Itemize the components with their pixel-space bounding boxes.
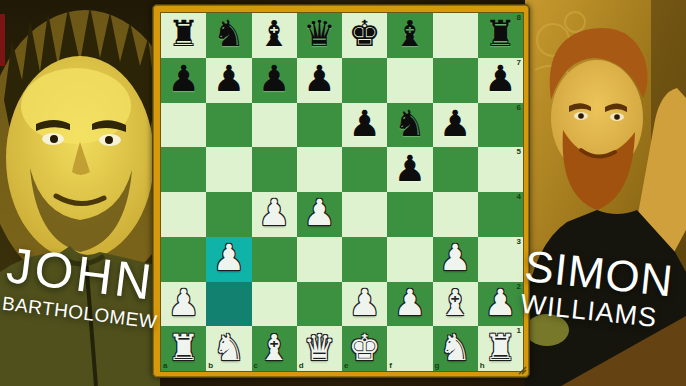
square-e6[interactable]: ♟ — [342, 103, 387, 148]
right-player-name: SIMON WILLIAMS — [519, 244, 675, 333]
rank-label-1: 1 — [517, 327, 521, 335]
piece-black-pawn[interactable]: ♟ — [348, 106, 380, 142]
square-f8[interactable]: ♝ — [387, 13, 432, 58]
piece-white-bishop[interactable]: ♝ — [258, 330, 290, 366]
square-h8[interactable]: ♜8 — [478, 13, 523, 58]
piece-white-knight[interactable]: ♞ — [439, 330, 471, 366]
piece-black-pawn[interactable]: ♟ — [394, 151, 426, 187]
square-c2[interactable] — [252, 282, 297, 327]
piece-black-pawn[interactable]: ♟ — [258, 61, 290, 97]
square-e1[interactable]: ♚e — [342, 326, 387, 371]
square-f1[interactable]: f — [387, 326, 432, 371]
board-resize-handle[interactable] — [518, 366, 527, 375]
square-g4[interactable] — [433, 192, 478, 237]
file-label-f: f — [389, 362, 392, 370]
piece-black-pawn[interactable]: ♟ — [167, 61, 199, 97]
square-a5[interactable] — [161, 147, 206, 192]
file-label-c: c — [254, 362, 258, 370]
piece-black-pawn[interactable]: ♟ — [303, 61, 335, 97]
piece-black-pawn[interactable]: ♟ — [213, 61, 245, 97]
square-e5[interactable] — [342, 147, 387, 192]
square-d6[interactable] — [297, 103, 342, 148]
square-d2[interactable] — [297, 282, 342, 327]
square-a8[interactable]: ♜ — [161, 13, 206, 58]
piece-black-pawn[interactable]: ♟ — [484, 61, 516, 97]
piece-white-rook[interactable]: ♜ — [484, 330, 516, 366]
square-h3[interactable]: 3 — [478, 237, 523, 282]
piece-white-knight[interactable]: ♞ — [213, 330, 245, 366]
piece-white-bishop[interactable]: ♝ — [439, 285, 471, 321]
square-e4[interactable] — [342, 192, 387, 237]
square-c4[interactable]: ♟ — [252, 192, 297, 237]
square-g1[interactable]: ♞g — [433, 326, 478, 371]
square-g3[interactable]: ♟ — [433, 237, 478, 282]
square-b6[interactable] — [206, 103, 251, 148]
square-g2[interactable]: ♝ — [433, 282, 478, 327]
square-d7[interactable]: ♟ — [297, 58, 342, 103]
rank-label-7: 7 — [517, 59, 521, 67]
chess-board: ♜♞♝♛♚♝♜8♟♟♟♟♟7♟♞♟6♟5♟♟4♟♟3♟♟♟♝♟2♜a♞b♝c♛d… — [160, 12, 524, 372]
piece-white-king[interactable]: ♚ — [348, 330, 380, 366]
square-c6[interactable] — [252, 103, 297, 148]
piece-white-pawn[interactable]: ♟ — [348, 285, 380, 321]
square-f4[interactable] — [387, 192, 432, 237]
square-b4[interactable] — [206, 192, 251, 237]
piece-white-pawn[interactable]: ♟ — [167, 285, 199, 321]
background-red-chair-edge — [0, 14, 5, 66]
piece-white-pawn[interactable]: ♟ — [303, 195, 335, 231]
piece-black-bishop[interactable]: ♝ — [258, 16, 290, 52]
piece-black-rook[interactable]: ♜ — [484, 16, 516, 52]
square-b3[interactable]: ♟ — [206, 237, 251, 282]
square-c7[interactable]: ♟ — [252, 58, 297, 103]
square-f6[interactable]: ♞ — [387, 103, 432, 148]
square-f7[interactable] — [387, 58, 432, 103]
piece-white-pawn[interactable]: ♟ — [258, 195, 290, 231]
piece-black-king[interactable]: ♚ — [348, 16, 380, 52]
square-h4[interactable]: 4 — [478, 192, 523, 237]
square-c5[interactable] — [252, 147, 297, 192]
square-h6[interactable]: 6 — [478, 103, 523, 148]
file-label-g: g — [435, 362, 440, 370]
square-h5[interactable]: 5 — [478, 147, 523, 192]
square-d3[interactable] — [297, 237, 342, 282]
piece-white-rook[interactable]: ♜ — [167, 330, 199, 366]
square-d5[interactable] — [297, 147, 342, 192]
rank-label-6: 6 — [517, 104, 521, 112]
square-f5[interactable]: ♟ — [387, 147, 432, 192]
square-c3[interactable] — [252, 237, 297, 282]
file-label-e: e — [344, 362, 348, 370]
square-h7[interactable]: ♟7 — [478, 58, 523, 103]
square-e7[interactable] — [342, 58, 387, 103]
piece-white-pawn[interactable]: ♟ — [484, 285, 516, 321]
square-g8[interactable] — [433, 13, 478, 58]
rank-label-3: 3 — [517, 238, 521, 246]
piece-black-bishop[interactable]: ♝ — [394, 16, 426, 52]
square-b7[interactable]: ♟ — [206, 58, 251, 103]
square-b2[interactable] — [206, 282, 251, 327]
file-label-h: h — [480, 362, 485, 370]
square-g7[interactable] — [433, 58, 478, 103]
square-c8[interactable]: ♝ — [252, 13, 297, 58]
piece-black-knight[interactable]: ♞ — [213, 16, 245, 52]
rank-label-4: 4 — [517, 193, 521, 201]
square-d8[interactable]: ♛ — [297, 13, 342, 58]
square-b5[interactable] — [206, 147, 251, 192]
square-f2[interactable]: ♟ — [387, 282, 432, 327]
piece-white-pawn[interactable]: ♟ — [439, 240, 471, 276]
square-g6[interactable]: ♟ — [433, 103, 478, 148]
piece-black-rook[interactable]: ♜ — [167, 16, 199, 52]
rank-label-8: 8 — [517, 14, 521, 22]
square-f3[interactable] — [387, 237, 432, 282]
square-e3[interactable] — [342, 237, 387, 282]
square-d4[interactable]: ♟ — [297, 192, 342, 237]
video-thumbnail: JOHN BARTHOLOMEW SIMON WILLIAMS ♜♞♝♛♚♝♜8… — [0, 0, 686, 386]
square-a3[interactable] — [161, 237, 206, 282]
square-b8[interactable]: ♞ — [206, 13, 251, 58]
square-g5[interactable] — [433, 147, 478, 192]
chess-board-frame: ♜♞♝♛♚♝♜8♟♟♟♟♟7♟♞♟6♟5♟♟4♟♟3♟♟♟♝♟2♜a♞b♝c♛d… — [152, 4, 530, 378]
square-e2[interactable]: ♟ — [342, 282, 387, 327]
piece-black-pawn[interactable]: ♟ — [439, 106, 471, 142]
square-a4[interactable] — [161, 192, 206, 237]
piece-black-knight[interactable]: ♞ — [394, 106, 426, 142]
file-label-a: a — [163, 362, 167, 370]
square-d1[interactable]: ♛d — [297, 326, 342, 371]
piece-white-pawn[interactable]: ♟ — [213, 240, 245, 276]
square-a6[interactable] — [161, 103, 206, 148]
square-c1[interactable]: ♝c — [252, 326, 297, 371]
square-a2[interactable]: ♟ — [161, 282, 206, 327]
rank-label-2: 2 — [517, 283, 521, 291]
square-b1[interactable]: ♞b — [206, 326, 251, 371]
square-e8[interactable]: ♚ — [342, 13, 387, 58]
square-h1[interactable]: ♜1h — [478, 326, 523, 371]
file-label-d: d — [299, 362, 304, 370]
piece-white-queen[interactable]: ♛ — [303, 330, 335, 366]
piece-white-pawn[interactable]: ♟ — [394, 285, 426, 321]
piece-black-queen[interactable]: ♛ — [303, 16, 335, 52]
square-h2[interactable]: ♟2 — [478, 282, 523, 327]
square-a1[interactable]: ♜a — [161, 326, 206, 371]
rank-label-5: 5 — [517, 148, 521, 156]
file-label-b: b — [208, 362, 213, 370]
square-a7[interactable]: ♟ — [161, 58, 206, 103]
